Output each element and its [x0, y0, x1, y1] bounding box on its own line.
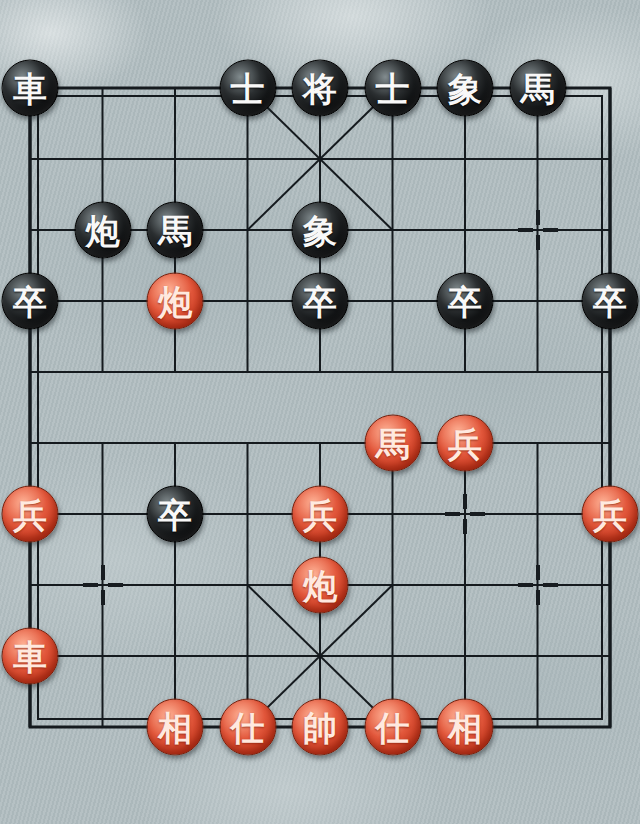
point-marker: [82, 564, 124, 606]
piece-red-general[interactable]: 帥: [292, 699, 349, 756]
piece-black-horse[interactable]: 馬: [509, 60, 566, 117]
piece-red-advisor[interactable]: 仕: [364, 699, 421, 756]
piece-red-advisor[interactable]: 仕: [219, 699, 276, 756]
piece-red-elephant[interactable]: 相: [147, 699, 204, 756]
piece-red-cannon[interactable]: 炮: [292, 557, 349, 614]
piece-black-horse[interactable]: 馬: [147, 202, 204, 259]
piece-red-horse[interactable]: 馬: [364, 415, 421, 472]
piece-red-soldier[interactable]: 兵: [292, 486, 349, 543]
xiangqi-app: 車士将士象馬炮馬象卒炮卒卒卒馬兵兵卒兵兵炮車相仕帥仕相: [0, 0, 640, 824]
piece-black-advisor[interactable]: 士: [219, 60, 276, 117]
piece-black-cannon[interactable]: 炮: [74, 202, 131, 259]
piece-black-soldier[interactable]: 卒: [2, 273, 59, 330]
piece-red-cannon[interactable]: 炮: [147, 273, 204, 330]
piece-black-soldier[interactable]: 卒: [582, 273, 639, 330]
point-marker: [517, 209, 559, 251]
piece-black-general[interactable]: 将: [292, 60, 349, 117]
piece-black-advisor[interactable]: 士: [364, 60, 421, 117]
piece-black-chariot[interactable]: 車: [2, 60, 59, 117]
piece-black-elephant[interactable]: 象: [437, 60, 494, 117]
board[interactable]: 車士将士象馬炮馬象卒炮卒卒卒馬兵兵卒兵兵炮車相仕帥仕相: [0, 0, 640, 824]
piece-red-chariot[interactable]: 車: [2, 628, 59, 685]
point-marker: [444, 493, 486, 535]
piece-red-soldier[interactable]: 兵: [2, 486, 59, 543]
piece-black-soldier[interactable]: 卒: [292, 273, 349, 330]
piece-black-elephant[interactable]: 象: [292, 202, 349, 259]
piece-red-soldier[interactable]: 兵: [582, 486, 639, 543]
piece-red-elephant[interactable]: 相: [437, 699, 494, 756]
piece-black-soldier[interactable]: 卒: [437, 273, 494, 330]
piece-black-soldier[interactable]: 卒: [147, 486, 204, 543]
point-marker: [517, 564, 559, 606]
piece-red-soldier[interactable]: 兵: [437, 415, 494, 472]
